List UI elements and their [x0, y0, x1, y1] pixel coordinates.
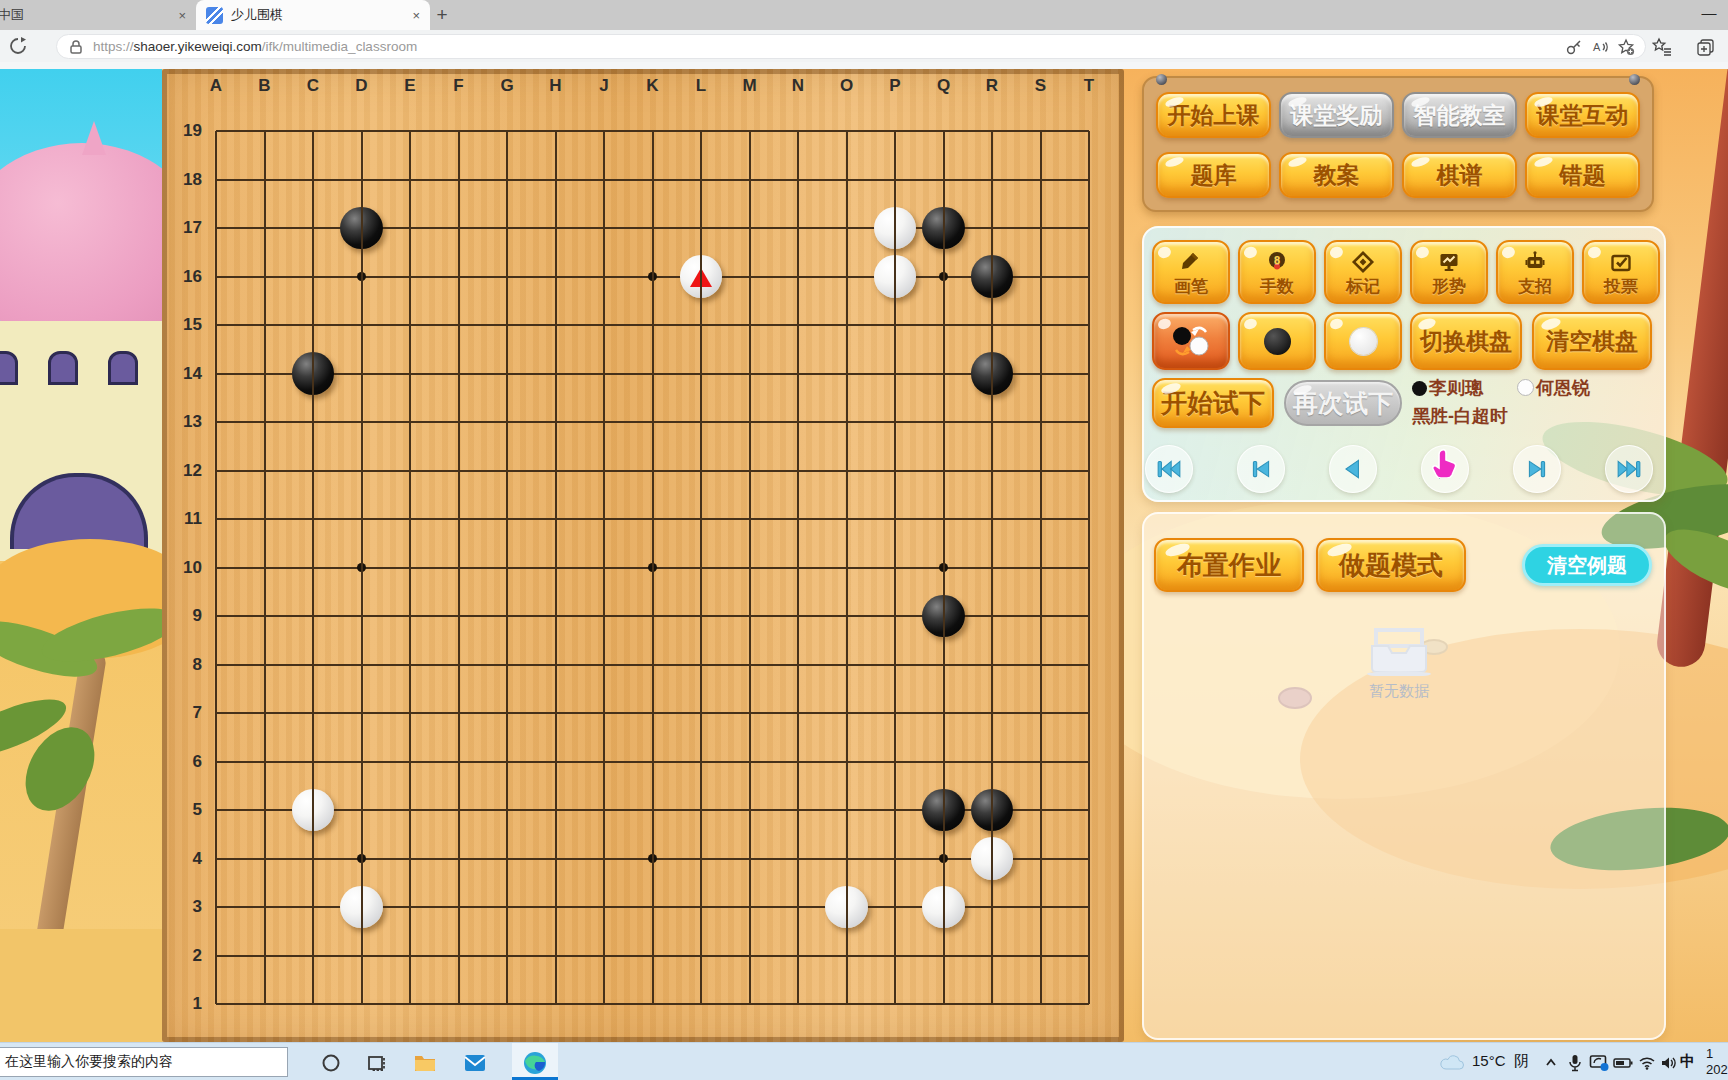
board-cell-E8[interactable] — [386, 640, 435, 689]
board-cell-D4[interactable] — [337, 834, 386, 883]
board-cell-C16[interactable] — [289, 252, 338, 301]
board-cell-B14[interactable] — [240, 349, 289, 398]
board-cell-S18[interactable] — [1016, 155, 1065, 204]
board-cell-A18[interactable] — [192, 155, 241, 204]
board-cell-K17[interactable] — [628, 204, 677, 253]
taskbar-weather[interactable]: 阴 — [1514, 1052, 1529, 1071]
board-cell-D11[interactable] — [337, 495, 386, 544]
brush-tool-button[interactable]: 画笔 — [1152, 240, 1230, 304]
board-cell-O6[interactable] — [822, 737, 871, 786]
board-cell-E10[interactable] — [386, 543, 435, 592]
board-cell-B17[interactable] — [240, 204, 289, 253]
board-cell-S13[interactable] — [1016, 398, 1065, 447]
board-cell-A12[interactable] — [192, 446, 241, 495]
board-cell-C17[interactable] — [289, 204, 338, 253]
board-cell-J3[interactable] — [580, 883, 629, 932]
board-cell-L8[interactable] — [677, 640, 726, 689]
board-cell-F9[interactable] — [434, 592, 483, 641]
board-cell-D13[interactable] — [337, 398, 386, 447]
board-cell-N18[interactable] — [774, 155, 823, 204]
board-cell-T13[interactable] — [1065, 398, 1114, 447]
board-cell-P4[interactable] — [871, 834, 920, 883]
board-cell-O14[interactable] — [822, 349, 871, 398]
speaker-icon[interactable] — [1656, 1050, 1682, 1076]
clear-board-button[interactable]: 清空棋盘 — [1532, 312, 1652, 370]
board-cell-T5[interactable] — [1065, 786, 1114, 835]
favorites-bar-icon[interactable] — [1652, 37, 1672, 57]
board-cell-A13[interactable] — [192, 398, 241, 447]
board-cell-R3[interactable] — [968, 883, 1017, 932]
board-cell-K13[interactable] — [628, 398, 677, 447]
board-cell-O3[interactable] — [822, 883, 871, 932]
board-cell-H18[interactable] — [531, 155, 580, 204]
board-cell-C10[interactable] — [289, 543, 338, 592]
board-cell-K15[interactable] — [628, 301, 677, 350]
board-cell-R1[interactable] — [968, 980, 1017, 1029]
board-cell-J1[interactable] — [580, 980, 629, 1029]
board-cell-N14[interactable] — [774, 349, 823, 398]
board-cell-O13[interactable] — [822, 398, 871, 447]
board-cell-T11[interactable] — [1065, 495, 1114, 544]
board-cell-F16[interactable] — [434, 252, 483, 301]
board-cell-L2[interactable] — [677, 931, 726, 980]
board-cell-K2[interactable] — [628, 931, 677, 980]
board-cell-L19[interactable] — [677, 107, 726, 156]
board-cell-G14[interactable] — [483, 349, 532, 398]
board-cell-P13[interactable] — [871, 398, 920, 447]
board-cell-O9[interactable] — [822, 592, 871, 641]
board-cell-F14[interactable] — [434, 349, 483, 398]
board-cell-Q10[interactable] — [919, 543, 968, 592]
board-cell-M1[interactable] — [725, 980, 774, 1029]
go-to-start-button[interactable] — [1145, 445, 1193, 493]
board-cell-E6[interactable] — [386, 737, 435, 786]
board-cell-F10[interactable] — [434, 543, 483, 592]
board-cell-A8[interactable] — [192, 640, 241, 689]
board-cell-T3[interactable] — [1065, 883, 1114, 932]
board-cell-G9[interactable] — [483, 592, 532, 641]
board-cell-D17[interactable] — [337, 204, 386, 253]
board-cell-M11[interactable] — [725, 495, 774, 544]
marker-tool-button[interactable]: 标记 — [1324, 240, 1402, 304]
board-cell-T19[interactable] — [1065, 107, 1114, 156]
cortana-icon[interactable] — [318, 1050, 344, 1076]
board-cell-T8[interactable] — [1065, 640, 1114, 689]
alternate-stone-button[interactable] — [1152, 312, 1230, 370]
board-cell-N15[interactable] — [774, 301, 823, 350]
tab-close-icon[interactable]: × — [412, 8, 420, 23]
board-cell-M4[interactable] — [725, 834, 774, 883]
board-cell-D1[interactable] — [337, 980, 386, 1029]
start-class-button[interactable]: 开始上课 — [1156, 92, 1271, 138]
board-cell-C14[interactable] — [289, 349, 338, 398]
board-cell-S11[interactable] — [1016, 495, 1065, 544]
board-cell-T4[interactable] — [1065, 834, 1114, 883]
board-cell-Q6[interactable] — [919, 737, 968, 786]
address-bar[interactable]: https://shaoer.yikeweiqi.com/ifk/multime… — [56, 34, 1646, 59]
board-cell-O10[interactable] — [822, 543, 871, 592]
board-cell-C6[interactable] — [289, 737, 338, 786]
board-cell-C9[interactable] — [289, 592, 338, 641]
file-explorer-icon[interactable] — [412, 1050, 438, 1076]
board-cell-D14[interactable] — [337, 349, 386, 398]
board-cell-T10[interactable] — [1065, 543, 1114, 592]
board-cell-E7[interactable] — [386, 689, 435, 738]
board-cell-D5[interactable] — [337, 786, 386, 835]
board-cell-G18[interactable] — [483, 155, 532, 204]
board-cell-J16[interactable] — [580, 252, 629, 301]
board-cell-B2[interactable] — [240, 931, 289, 980]
board-cell-P10[interactable] — [871, 543, 920, 592]
board-cell-C7[interactable] — [289, 689, 338, 738]
board-cell-B15[interactable] — [240, 301, 289, 350]
board-cell-N1[interactable] — [774, 980, 823, 1029]
board-cell-J17[interactable] — [580, 204, 629, 253]
board-cell-N7[interactable] — [774, 689, 823, 738]
board-cell-J13[interactable] — [580, 398, 629, 447]
board-cell-E2[interactable] — [386, 931, 435, 980]
start-trial-button[interactable]: 开始试下 — [1152, 378, 1274, 428]
board-cell-G3[interactable] — [483, 883, 532, 932]
vote-tool-button[interactable]: 投票 — [1582, 240, 1660, 304]
board-cell-N8[interactable] — [774, 640, 823, 689]
board-cell-A15[interactable] — [192, 301, 241, 350]
board-cell-G4[interactable] — [483, 834, 532, 883]
assign-homework-button[interactable]: 布置作业 — [1154, 538, 1304, 592]
smart-classroom-button[interactable]: 智能教室 — [1402, 92, 1517, 138]
board-cell-M13[interactable] — [725, 398, 774, 447]
board-cell-F5[interactable] — [434, 786, 483, 835]
board-cell-A16[interactable] — [192, 252, 241, 301]
board-cell-L4[interactable] — [677, 834, 726, 883]
board-cell-K3[interactable] — [628, 883, 677, 932]
board-cell-C3[interactable] — [289, 883, 338, 932]
board-cell-S7[interactable] — [1016, 689, 1065, 738]
board-cell-B19[interactable] — [240, 107, 289, 156]
board-cell-M16[interactable] — [725, 252, 774, 301]
board-cell-C2[interactable] — [289, 931, 338, 980]
board-cell-Q5[interactable] — [919, 786, 968, 835]
board-cell-M2[interactable] — [725, 931, 774, 980]
board-cell-S12[interactable] — [1016, 446, 1065, 495]
board-cell-R13[interactable] — [968, 398, 1017, 447]
board-cell-G16[interactable] — [483, 252, 532, 301]
tab-weiqi[interactable]: 少儿围棋 × — [196, 0, 430, 30]
board-cell-B11[interactable] — [240, 495, 289, 544]
game-record-button[interactable]: 棋谱 — [1402, 152, 1517, 198]
board-cell-J12[interactable] — [580, 446, 629, 495]
board-cell-F2[interactable] — [434, 931, 483, 980]
board-cell-E13[interactable] — [386, 398, 435, 447]
board-cell-B3[interactable] — [240, 883, 289, 932]
board-cell-O8[interactable] — [822, 640, 871, 689]
board-cell-E9[interactable] — [386, 592, 435, 641]
board-cell-S9[interactable] — [1016, 592, 1065, 641]
board-cell-S14[interactable] — [1016, 349, 1065, 398]
board-cell-E16[interactable] — [386, 252, 435, 301]
board-cell-G19[interactable] — [483, 107, 532, 156]
board-cell-C13[interactable] — [289, 398, 338, 447]
board-cell-H13[interactable] — [531, 398, 580, 447]
board-cell-P17[interactable] — [871, 204, 920, 253]
board-cell-T7[interactable] — [1065, 689, 1114, 738]
board-cell-R6[interactable] — [968, 737, 1017, 786]
board-cell-S10[interactable] — [1016, 543, 1065, 592]
board-cell-L10[interactable] — [677, 543, 726, 592]
board-cell-K1[interactable] — [628, 980, 677, 1029]
board-cell-R4[interactable] — [968, 834, 1017, 883]
board-cell-L5[interactable] — [677, 786, 726, 835]
wrong-question-button[interactable]: 错题 — [1525, 152, 1640, 198]
board-cell-D7[interactable] — [337, 689, 386, 738]
board-cell-D12[interactable] — [337, 446, 386, 495]
board-cell-Q4[interactable] — [919, 834, 968, 883]
board-cell-B5[interactable] — [240, 786, 289, 835]
board-cell-K18[interactable] — [628, 155, 677, 204]
board-cell-E18[interactable] — [386, 155, 435, 204]
board-cell-Q19[interactable] — [919, 107, 968, 156]
board-cell-B12[interactable] — [240, 446, 289, 495]
board-cell-R14[interactable] — [968, 349, 1017, 398]
board-cell-F15[interactable] — [434, 301, 483, 350]
board-cell-F12[interactable] — [434, 446, 483, 495]
board-cell-G7[interactable] — [483, 689, 532, 738]
back-one-button[interactable] — [1329, 445, 1377, 493]
board-cell-L3[interactable] — [677, 883, 726, 932]
board-cell-G1[interactable] — [483, 980, 532, 1029]
board-cell-T2[interactable] — [1065, 931, 1114, 980]
board-cell-M7[interactable] — [725, 689, 774, 738]
board-cell-A2[interactable] — [192, 931, 241, 980]
board-cell-D3[interactable] — [337, 883, 386, 932]
board-cell-N16[interactable] — [774, 252, 823, 301]
board-cell-A17[interactable] — [192, 204, 241, 253]
lesson-plan-button[interactable]: 教案 — [1279, 152, 1394, 198]
board-cell-O15[interactable] — [822, 301, 871, 350]
board-cell-D16[interactable] — [337, 252, 386, 301]
board-cell-Q18[interactable] — [919, 155, 968, 204]
board-cell-A6[interactable] — [192, 737, 241, 786]
board-cell-L16[interactable] — [677, 252, 726, 301]
board-cell-E19[interactable] — [386, 107, 435, 156]
board-cell-H3[interactable] — [531, 883, 580, 932]
board-cell-S5[interactable] — [1016, 786, 1065, 835]
board-cell-N17[interactable] — [774, 204, 823, 253]
board-cell-A11[interactable] — [192, 495, 241, 544]
taskbar-search-box[interactable]: 在这里输入你要搜索的内容 — [0, 1047, 288, 1077]
question-bank-button[interactable]: 题库 — [1156, 152, 1271, 198]
board-cell-A9[interactable] — [192, 592, 241, 641]
board-cell-C4[interactable] — [289, 834, 338, 883]
board-cell-K6[interactable] — [628, 737, 677, 786]
board-cell-B18[interactable] — [240, 155, 289, 204]
board-cell-S2[interactable] — [1016, 931, 1065, 980]
board-cell-H11[interactable] — [531, 495, 580, 544]
board-cell-E1[interactable] — [386, 980, 435, 1029]
board-cell-R15[interactable] — [968, 301, 1017, 350]
board-cell-C11[interactable] — [289, 495, 338, 544]
board-cell-M19[interactable] — [725, 107, 774, 156]
board-cell-O18[interactable] — [822, 155, 871, 204]
board-cell-B9[interactable] — [240, 592, 289, 641]
board-cell-J10[interactable] — [580, 543, 629, 592]
board-cell-E3[interactable] — [386, 883, 435, 932]
board-cell-P11[interactable] — [871, 495, 920, 544]
board-cell-E14[interactable] — [386, 349, 435, 398]
new-tab-button[interactable]: + — [430, 4, 454, 26]
board-cell-G15[interactable] — [483, 301, 532, 350]
board-cell-L6[interactable] — [677, 737, 726, 786]
board-cell-A14[interactable] — [192, 349, 241, 398]
board-cell-A4[interactable] — [192, 834, 241, 883]
board-cell-H19[interactable] — [531, 107, 580, 156]
board-cell-P19[interactable] — [871, 107, 920, 156]
board-cell-T18[interactable] — [1065, 155, 1114, 204]
collections-icon[interactable] — [1696, 37, 1716, 57]
board-cell-P2[interactable] — [871, 931, 920, 980]
board-cell-B16[interactable] — [240, 252, 289, 301]
forward-fast-button[interactable] — [1513, 445, 1561, 493]
go-to-end-button[interactable] — [1605, 445, 1653, 493]
board-cell-D10[interactable] — [337, 543, 386, 592]
board-cell-J8[interactable] — [580, 640, 629, 689]
board-cell-R11[interactable] — [968, 495, 1017, 544]
board-cell-M14[interactable] — [725, 349, 774, 398]
board-cell-S8[interactable] — [1016, 640, 1065, 689]
board-cell-Q1[interactable] — [919, 980, 968, 1029]
board-cell-M10[interactable] — [725, 543, 774, 592]
board-cell-J9[interactable] — [580, 592, 629, 641]
board-cell-H12[interactable] — [531, 446, 580, 495]
board-cell-O17[interactable] — [822, 204, 871, 253]
switch-board-button[interactable]: 切换棋盘 — [1410, 312, 1522, 370]
board-cell-B4[interactable] — [240, 834, 289, 883]
board-cell-S17[interactable] — [1016, 204, 1065, 253]
board-cell-L7[interactable] — [677, 689, 726, 738]
board-cell-K9[interactable] — [628, 592, 677, 641]
board-cell-O11[interactable] — [822, 495, 871, 544]
board-cell-T12[interactable] — [1065, 446, 1114, 495]
black-stone-button[interactable] — [1238, 312, 1316, 370]
board-cell-N9[interactable] — [774, 592, 823, 641]
board-cell-R12[interactable] — [968, 446, 1017, 495]
board-cell-J4[interactable] — [580, 834, 629, 883]
board-cell-F18[interactable] — [434, 155, 483, 204]
board-cell-S1[interactable] — [1016, 980, 1065, 1029]
board-cell-F1[interactable] — [434, 980, 483, 1029]
board-cell-O12[interactable] — [822, 446, 871, 495]
battery-icon[interactable] — [1610, 1050, 1636, 1076]
board-cell-G5[interactable] — [483, 786, 532, 835]
board-cell-B13[interactable] — [240, 398, 289, 447]
board-cell-C12[interactable] — [289, 446, 338, 495]
board-cell-P9[interactable] — [871, 592, 920, 641]
board-cell-P8[interactable] — [871, 640, 920, 689]
board-cell-Q16[interactable] — [919, 252, 968, 301]
board-cell-M6[interactable] — [725, 737, 774, 786]
board-cell-G2[interactable] — [483, 931, 532, 980]
board-cell-H17[interactable] — [531, 204, 580, 253]
board-cell-M17[interactable] — [725, 204, 774, 253]
board-cell-Q8[interactable] — [919, 640, 968, 689]
board-cell-K11[interactable] — [628, 495, 677, 544]
board-cell-C18[interactable] — [289, 155, 338, 204]
board-cell-T16[interactable] — [1065, 252, 1114, 301]
board-cell-O1[interactable] — [822, 980, 871, 1029]
board-cell-T1[interactable] — [1065, 980, 1114, 1029]
board-cell-J7[interactable] — [580, 689, 629, 738]
board-cell-C15[interactable] — [289, 301, 338, 350]
board-cell-R16[interactable] — [968, 252, 1017, 301]
board-cell-P16[interactable] — [871, 252, 920, 301]
board-cell-F11[interactable] — [434, 495, 483, 544]
board-cell-E17[interactable] — [386, 204, 435, 253]
board-cell-J19[interactable] — [580, 107, 629, 156]
board-cell-F13[interactable] — [434, 398, 483, 447]
board-cell-H1[interactable] — [531, 980, 580, 1029]
board-cell-M18[interactable] — [725, 155, 774, 204]
board-cell-P1[interactable] — [871, 980, 920, 1029]
board-cell-J15[interactable] — [580, 301, 629, 350]
board-cell-F4[interactable] — [434, 834, 483, 883]
territory-tool-button[interactable]: 形势 — [1410, 240, 1488, 304]
board-cell-A1[interactable] — [192, 980, 241, 1029]
board-cell-N3[interactable] — [774, 883, 823, 932]
board-cell-T17[interactable] — [1065, 204, 1114, 253]
board-cell-N5[interactable] — [774, 786, 823, 835]
board-cell-T9[interactable] — [1065, 592, 1114, 641]
back-fast-button[interactable] — [1237, 445, 1285, 493]
board-cell-F3[interactable] — [434, 883, 483, 932]
board-cell-K19[interactable] — [628, 107, 677, 156]
board-cell-L14[interactable] — [677, 349, 726, 398]
board-cell-C19[interactable] — [289, 107, 338, 156]
board-cell-L15[interactable] — [677, 301, 726, 350]
edge-browser-icon[interactable] — [522, 1050, 548, 1076]
board-cell-K5[interactable] — [628, 786, 677, 835]
board-cell-S3[interactable] — [1016, 883, 1065, 932]
board-cell-P14[interactable] — [871, 349, 920, 398]
add-favorite-icon[interactable] — [1617, 38, 1635, 56]
window-minimize-button[interactable]: — — [1694, 4, 1724, 26]
board-cell-K14[interactable] — [628, 349, 677, 398]
board-cell-H7[interactable] — [531, 689, 580, 738]
board-cell-N2[interactable] — [774, 931, 823, 980]
board-cell-A5[interactable] — [192, 786, 241, 835]
board-cell-H14[interactable] — [531, 349, 580, 398]
board-cell-L11[interactable] — [677, 495, 726, 544]
board-cell-E12[interactable] — [386, 446, 435, 495]
board-cell-R5[interactable] — [968, 786, 1017, 835]
board-cell-R9[interactable] — [968, 592, 1017, 641]
task-view-icon[interactable] — [364, 1050, 390, 1076]
board-cell-D2[interactable] — [337, 931, 386, 980]
board-cell-R18[interactable] — [968, 155, 1017, 204]
board-cell-F6[interactable] — [434, 737, 483, 786]
board-cell-D15[interactable] — [337, 301, 386, 350]
board-cell-G8[interactable] — [483, 640, 532, 689]
board-cell-H6[interactable] — [531, 737, 580, 786]
board-cell-M12[interactable] — [725, 446, 774, 495]
board-cell-Q11[interactable] — [919, 495, 968, 544]
board-cell-K10[interactable] — [628, 543, 677, 592]
board-cell-F7[interactable] — [434, 689, 483, 738]
board-cell-N11[interactable] — [774, 495, 823, 544]
board-cell-O16[interactable] — [822, 252, 871, 301]
hint-tool-button[interactable]: 支招 — [1496, 240, 1574, 304]
board-cell-N19[interactable] — [774, 107, 823, 156]
lock-icon[interactable] — [67, 38, 85, 56]
